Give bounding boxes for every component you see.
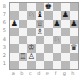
square-f2[interactable] [53, 53, 62, 61]
square-a3[interactable] [10, 44, 19, 52]
square-g7[interactable]: ♟ [61, 11, 70, 19]
rank-label-8: 8 [0, 2, 8, 10]
black-pawn: ♟ [62, 11, 69, 19]
square-c7[interactable]: ♘ [27, 11, 36, 19]
black-pawn: ♟ [11, 20, 18, 28]
square-c3[interactable]: ♔ [27, 44, 36, 52]
chess-diagram: 87654321 ♚♘♝♟♟♕♟♟♗♘♔♛♖♙ abcdefgh [0, 0, 83, 80]
rank-labels: 87654321 [0, 2, 8, 68]
square-e6[interactable] [44, 20, 53, 28]
square-a5[interactable] [10, 28, 19, 36]
square-g8[interactable] [61, 3, 70, 11]
square-c4[interactable] [27, 36, 36, 44]
white-bishop: ♗ [36, 28, 43, 36]
file-label-a: a [9, 70, 18, 78]
square-d7[interactable]: ♝ [36, 11, 45, 19]
black-king: ♚ [45, 3, 52, 11]
white-knight: ♘ [28, 11, 35, 19]
file-label-h: h [69, 70, 78, 78]
rank-label-3: 3 [0, 43, 8, 51]
square-c6[interactable] [27, 20, 36, 28]
square-e3[interactable] [44, 44, 53, 52]
square-h8[interactable] [70, 3, 79, 11]
square-d3[interactable] [36, 44, 45, 52]
white-queen: ♕ [36, 20, 43, 28]
square-g4[interactable] [61, 36, 70, 44]
square-c8[interactable] [27, 3, 36, 11]
square-h4[interactable] [70, 36, 79, 44]
square-b2[interactable]: ♖ [19, 53, 28, 61]
square-d2[interactable] [36, 53, 45, 61]
white-king: ♔ [28, 44, 35, 52]
file-label-c: c [26, 70, 35, 78]
file-label-g: g [60, 70, 69, 78]
square-c5[interactable] [27, 28, 36, 36]
square-a7[interactable] [10, 11, 19, 19]
rank-label-2: 2 [0, 52, 8, 60]
white-rook: ♖ [19, 53, 26, 61]
square-h6[interactable]: ♟ [70, 20, 79, 28]
square-g5[interactable] [61, 28, 70, 36]
square-a2[interactable] [10, 53, 19, 61]
black-pawn: ♟ [53, 20, 60, 28]
square-e7[interactable] [44, 11, 53, 19]
square-c1[interactable] [27, 61, 36, 69]
black-pawn: ♟ [70, 20, 77, 28]
square-c2[interactable]: ♙ [27, 53, 36, 61]
file-labels: abcdefgh [9, 70, 77, 78]
square-e2[interactable] [44, 53, 53, 61]
file-label-e: e [43, 70, 52, 78]
square-h7[interactable] [70, 11, 79, 19]
square-e5[interactable] [44, 28, 53, 36]
square-b5[interactable] [19, 28, 28, 36]
black-bishop: ♝ [36, 11, 43, 19]
square-g1[interactable] [61, 61, 70, 69]
rank-label-1: 1 [0, 60, 8, 68]
white-knight: ♘ [53, 36, 60, 44]
square-a8[interactable] [10, 3, 19, 11]
square-f3[interactable] [53, 44, 62, 52]
square-h2[interactable] [70, 53, 79, 61]
square-h5[interactable] [70, 28, 79, 36]
white-pawn: ♙ [28, 53, 35, 61]
square-a6[interactable]: ♟ [10, 20, 19, 28]
black-queen: ♛ [70, 44, 77, 52]
square-f6[interactable]: ♟ [53, 20, 62, 28]
square-e4[interactable] [44, 36, 53, 44]
rank-label-5: 5 [0, 27, 8, 35]
rank-label-6: 6 [0, 19, 8, 27]
square-f5[interactable] [53, 28, 62, 36]
rank-label-7: 7 [0, 10, 8, 18]
square-f4[interactable]: ♘ [53, 36, 62, 44]
square-b6[interactable] [19, 20, 28, 28]
square-g3[interactable] [61, 44, 70, 52]
square-h3[interactable]: ♛ [70, 44, 79, 52]
square-d5[interactable]: ♗ [36, 28, 45, 36]
square-a4[interactable] [10, 36, 19, 44]
file-label-d: d [35, 70, 44, 78]
square-b3[interactable] [19, 44, 28, 52]
square-d6[interactable]: ♕ [36, 20, 45, 28]
file-label-f: f [52, 70, 61, 78]
square-b7[interactable] [19, 11, 28, 19]
square-a1[interactable] [10, 61, 19, 69]
square-d4[interactable] [36, 36, 45, 44]
square-f8[interactable] [53, 3, 62, 11]
square-g6[interactable] [61, 20, 70, 28]
square-d8[interactable] [36, 3, 45, 11]
square-e8[interactable]: ♚ [44, 3, 53, 11]
square-b1[interactable] [19, 61, 28, 69]
square-h1[interactable] [70, 61, 79, 69]
square-e1[interactable] [44, 61, 53, 69]
square-f7[interactable] [53, 11, 62, 19]
square-b4[interactable] [19, 36, 28, 44]
file-label-b: b [18, 70, 27, 78]
square-g2[interactable] [61, 53, 70, 61]
square-b8[interactable] [19, 3, 28, 11]
square-f1[interactable] [53, 61, 62, 69]
square-d1[interactable] [36, 61, 45, 69]
chess-board[interactable]: ♚♘♝♟♟♕♟♟♗♘♔♛♖♙ [9, 2, 79, 70]
rank-label-4: 4 [0, 35, 8, 43]
